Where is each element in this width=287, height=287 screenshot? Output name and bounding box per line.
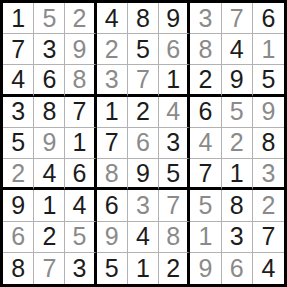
cell-r6c9[interactable]: 3	[253, 159, 284, 190]
cell-r3c4[interactable]: 3	[97, 65, 128, 96]
cell-r2c5[interactable]: 5	[128, 34, 159, 65]
cell-r6c6[interactable]: 5	[159, 159, 190, 190]
cell-r9c6[interactable]: 2	[159, 253, 190, 284]
cell-r1c3[interactable]: 2	[65, 3, 96, 34]
cell-r4c3[interactable]: 7	[65, 97, 96, 128]
cell-r9c3[interactable]: 3	[65, 253, 96, 284]
cell-r6c5[interactable]: 9	[128, 159, 159, 190]
cell-r6c2[interactable]: 4	[34, 159, 65, 190]
cell-r9c4[interactable]: 5	[97, 253, 128, 284]
cell-r9c7[interactable]: 9	[190, 253, 221, 284]
cell-r1c9[interactable]: 6	[253, 3, 284, 34]
cell-r4c2[interactable]: 8	[34, 97, 65, 128]
cell-r2c2[interactable]: 3	[34, 34, 65, 65]
cell-r3c7[interactable]: 2	[190, 65, 221, 96]
cell-r3c8[interactable]: 9	[222, 65, 253, 96]
cell-r2c3[interactable]: 9	[65, 34, 96, 65]
cell-r6c8[interactable]: 1	[222, 159, 253, 190]
cell-r1c1[interactable]: 1	[3, 3, 34, 34]
cell-r5c9[interactable]: 8	[253, 128, 284, 159]
cell-r8c5[interactable]: 4	[128, 222, 159, 253]
cell-r2c1[interactable]: 7	[3, 34, 34, 65]
cell-r5c7[interactable]: 4	[190, 128, 221, 159]
cell-r6c7[interactable]: 7	[190, 159, 221, 190]
cell-r4c7[interactable]: 6	[190, 97, 221, 128]
cell-r2c9[interactable]: 1	[253, 34, 284, 65]
cell-r1c5[interactable]: 8	[128, 3, 159, 34]
cell-r4c1[interactable]: 3	[3, 97, 34, 128]
cell-r9c5[interactable]: 1	[128, 253, 159, 284]
cell-r6c4[interactable]: 8	[97, 159, 128, 190]
cell-r9c8[interactable]: 6	[222, 253, 253, 284]
cell-r5c1[interactable]: 5	[3, 128, 34, 159]
cell-r7c5[interactable]: 3	[128, 190, 159, 221]
cell-r4c6[interactable]: 4	[159, 97, 190, 128]
cell-r5c6[interactable]: 3	[159, 128, 190, 159]
cell-r7c4[interactable]: 6	[97, 190, 128, 221]
cell-r3c9[interactable]: 5	[253, 65, 284, 96]
cell-r4c9[interactable]: 9	[253, 97, 284, 128]
cell-r1c6[interactable]: 9	[159, 3, 190, 34]
sudoku-board: 1524893767392568414683712953871246595917…	[0, 0, 287, 287]
cell-r9c9[interactable]: 4	[253, 253, 284, 284]
cell-r3c5[interactable]: 7	[128, 65, 159, 96]
cell-r8c6[interactable]: 8	[159, 222, 190, 253]
cell-r7c8[interactable]: 8	[222, 190, 253, 221]
cell-r2c4[interactable]: 2	[97, 34, 128, 65]
cell-r2c7[interactable]: 8	[190, 34, 221, 65]
cell-r8c7[interactable]: 1	[190, 222, 221, 253]
cell-r5c5[interactable]: 6	[128, 128, 159, 159]
cell-r7c6[interactable]: 7	[159, 190, 190, 221]
cell-r8c3[interactable]: 5	[65, 222, 96, 253]
cell-r5c8[interactable]: 2	[222, 128, 253, 159]
cell-r7c2[interactable]: 1	[34, 190, 65, 221]
cell-r1c2[interactable]: 5	[34, 3, 65, 34]
cell-r4c5[interactable]: 2	[128, 97, 159, 128]
cell-r2c6[interactable]: 6	[159, 34, 190, 65]
cell-r8c9[interactable]: 7	[253, 222, 284, 253]
cell-r7c9[interactable]: 2	[253, 190, 284, 221]
cell-r9c1[interactable]: 8	[3, 253, 34, 284]
cell-r3c3[interactable]: 8	[65, 65, 96, 96]
cell-r1c4[interactable]: 4	[97, 3, 128, 34]
cell-r8c2[interactable]: 2	[34, 222, 65, 253]
cell-r5c4[interactable]: 7	[97, 128, 128, 159]
cell-r4c4[interactable]: 1	[97, 97, 128, 128]
cell-r8c8[interactable]: 3	[222, 222, 253, 253]
cell-r7c1[interactable]: 9	[3, 190, 34, 221]
cell-r8c1[interactable]: 6	[3, 222, 34, 253]
cell-r6c1[interactable]: 2	[3, 159, 34, 190]
cell-r3c1[interactable]: 4	[3, 65, 34, 96]
cell-r3c6[interactable]: 1	[159, 65, 190, 96]
cell-r1c8[interactable]: 7	[222, 3, 253, 34]
cell-r3c2[interactable]: 6	[34, 65, 65, 96]
cell-r5c2[interactable]: 9	[34, 128, 65, 159]
cell-r1c7[interactable]: 3	[190, 3, 221, 34]
cell-r9c2[interactable]: 7	[34, 253, 65, 284]
cell-r7c7[interactable]: 5	[190, 190, 221, 221]
cell-r5c3[interactable]: 1	[65, 128, 96, 159]
cell-r4c8[interactable]: 5	[222, 97, 253, 128]
cell-r2c8[interactable]: 4	[222, 34, 253, 65]
cell-r7c3[interactable]: 4	[65, 190, 96, 221]
cell-r8c4[interactable]: 9	[97, 222, 128, 253]
cell-r6c3[interactable]: 6	[65, 159, 96, 190]
